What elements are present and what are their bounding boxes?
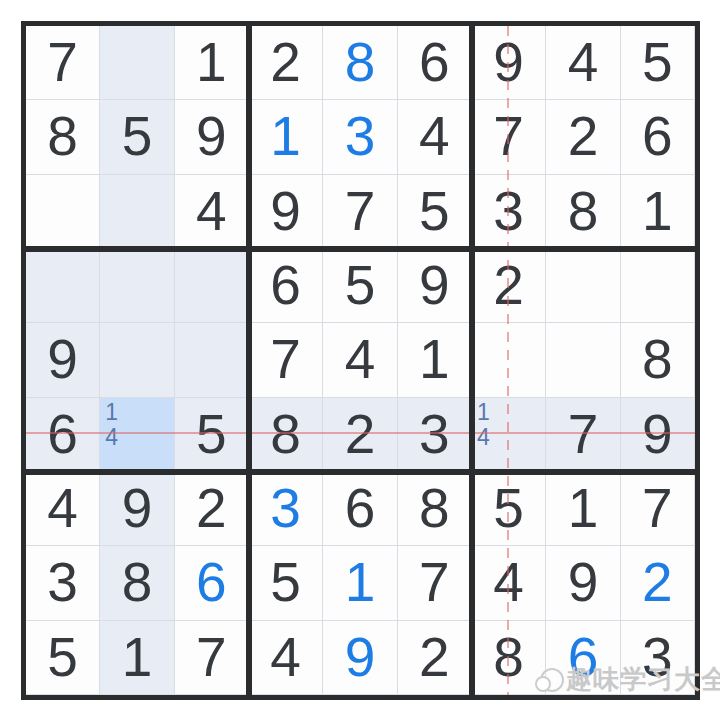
cell-r9c6[interactable]: 2 (398, 621, 472, 695)
given-digit: 9 (568, 555, 599, 610)
given-digit: 4 (568, 35, 599, 90)
cell-r6c6[interactable]: 3 (398, 398, 472, 472)
user-digit: 6 (196, 555, 227, 610)
cell-r1c7[interactable]: 9 (472, 26, 546, 100)
cell-r2c7[interactable]: 7 (472, 100, 546, 174)
cell-r1c4[interactable]: 2 (249, 26, 323, 100)
given-digit: 8 (122, 555, 153, 610)
cell-r7c8[interactable]: 1 (546, 472, 620, 546)
user-digit: 8 (345, 35, 376, 90)
cell-r2c3[interactable]: 9 (175, 100, 249, 174)
watermark-text: 趣味学习大全 (566, 662, 720, 697)
given-digit: 4 (345, 332, 376, 387)
pencil-mark: 1 (105, 400, 118, 425)
given-digit: 2 (270, 35, 301, 90)
given-digit: 2 (419, 630, 450, 685)
given-digit: 2 (568, 109, 599, 164)
cell-r4c8[interactable] (546, 249, 620, 323)
given-digit: 9 (47, 332, 78, 387)
cell-r6c1[interactable]: 6 (26, 398, 100, 472)
given-digit: 9 (270, 184, 301, 239)
cell-r9c1[interactable]: 5 (26, 621, 100, 695)
cell-r4c4[interactable]: 6 (249, 249, 323, 323)
given-digit: 7 (196, 630, 227, 685)
cell-r5c8[interactable] (546, 323, 620, 397)
cell-r3c8[interactable]: 8 (546, 175, 620, 249)
given-digit: 5 (345, 258, 376, 313)
cell-r7c3[interactable]: 2 (175, 472, 249, 546)
given-digit: 8 (568, 184, 599, 239)
cell-r1c9[interactable]: 5 (621, 26, 695, 100)
cell-r3c6[interactable]: 5 (398, 175, 472, 249)
given-digit: 6 (270, 258, 301, 313)
pencil-marks: 14 (105, 400, 118, 450)
cell-r7c1[interactable]: 4 (26, 472, 100, 546)
cell-r4c7[interactable]: 2 (472, 249, 546, 323)
watermark: 趣味学习大全 (540, 662, 720, 697)
given-digit: 3 (419, 407, 450, 462)
cell-r5c1[interactable]: 9 (26, 323, 100, 397)
cell-r2c2[interactable]: 5 (100, 100, 174, 174)
given-digit: 1 (642, 184, 673, 239)
hint-crosshair-horizontal-line (26, 432, 695, 434)
cell-r4c1[interactable] (26, 249, 100, 323)
given-digit: 8 (270, 407, 301, 462)
cell-r9c2[interactable]: 1 (100, 621, 174, 695)
cell-r6c4[interactable]: 8 (249, 398, 323, 472)
cell-r4c5[interactable]: 5 (323, 249, 397, 323)
cell-r6c7[interactable]: 14 (472, 398, 546, 472)
pencil-mark: 4 (477, 425, 490, 450)
given-digit: 7 (568, 407, 599, 462)
cell-r8c2[interactable]: 8 (100, 546, 174, 620)
cell-r8c6[interactable]: 7 (398, 546, 472, 620)
given-digit: 1 (122, 630, 153, 685)
cell-r2c6[interactable]: 4 (398, 100, 472, 174)
given-digit: 1 (419, 332, 450, 387)
cell-r2c8[interactable]: 2 (546, 100, 620, 174)
cell-r9c5[interactable]: 9 (323, 621, 397, 695)
box-line-vertical-1 (246, 26, 252, 695)
given-digit: 4 (419, 109, 450, 164)
given-digit: 6 (642, 109, 673, 164)
given-digit: 8 (419, 481, 450, 536)
cell-r4c2[interactable] (100, 249, 174, 323)
cell-r6c9[interactable]: 9 (621, 398, 695, 472)
box-line-horizontal-2 (26, 469, 695, 475)
given-digit: 3 (47, 555, 78, 610)
given-digit: 7 (642, 481, 673, 536)
cell-r8c7[interactable]: 4 (472, 546, 546, 620)
cell-r2c9[interactable]: 6 (621, 100, 695, 174)
cell-r1c8[interactable]: 4 (546, 26, 620, 100)
user-digit: 3 (345, 109, 376, 164)
cell-r5c2[interactable] (100, 323, 174, 397)
cell-r7c4[interactable]: 3 (249, 472, 323, 546)
sudoku-board: 7128694585913472649753816592974186145823… (21, 21, 700, 700)
cell-r1c2[interactable] (100, 26, 174, 100)
cell-r7c7[interactable]: 5 (472, 472, 546, 546)
cell-r8c4[interactable]: 5 (249, 546, 323, 620)
cell-r1c6[interactable]: 6 (398, 26, 472, 100)
cell-r3c2[interactable] (100, 175, 174, 249)
cell-r3c3[interactable]: 4 (175, 175, 249, 249)
given-digit: 9 (196, 109, 227, 164)
given-digit: 6 (345, 481, 376, 536)
cell-r8c3[interactable]: 6 (175, 546, 249, 620)
cell-r5c6[interactable]: 1 (398, 323, 472, 397)
given-digit: 9 (642, 407, 673, 462)
user-digit: 2 (642, 555, 673, 610)
cartoon-face-logo-icon (540, 668, 564, 692)
given-digit: 4 (47, 481, 78, 536)
cell-r1c1[interactable]: 7 (26, 26, 100, 100)
given-digit: 2 (196, 481, 227, 536)
cell-r4c3[interactable] (175, 249, 249, 323)
given-digit: 5 (419, 184, 450, 239)
cell-r8c1[interactable]: 3 (26, 546, 100, 620)
cell-r9c4[interactable]: 4 (249, 621, 323, 695)
cell-r6c5[interactable]: 2 (323, 398, 397, 472)
cell-r5c9[interactable]: 8 (621, 323, 695, 397)
cell-r3c1[interactable] (26, 175, 100, 249)
cell-r1c5[interactable]: 8 (323, 26, 397, 100)
cell-r2c1[interactable]: 8 (26, 100, 100, 174)
given-digit: 5 (642, 35, 673, 90)
pencil-marks: 14 (477, 400, 490, 450)
cell-r8c9[interactable]: 2 (621, 546, 695, 620)
cell-r4c6[interactable]: 9 (398, 249, 472, 323)
user-digit: 9 (345, 630, 376, 685)
given-digit: 5 (196, 407, 227, 462)
cell-r7c2[interactable]: 9 (100, 472, 174, 546)
cell-r8c5[interactable]: 1 (323, 546, 397, 620)
cell-r9c3[interactable]: 7 (175, 621, 249, 695)
cell-r6c3[interactable]: 5 (175, 398, 249, 472)
cell-r2c4[interactable]: 1 (249, 100, 323, 174)
given-digit: 7 (47, 35, 78, 90)
given-digit: 4 (270, 630, 301, 685)
given-digit: 8 (47, 109, 78, 164)
given-digit: 5 (270, 555, 301, 610)
user-digit: 1 (345, 555, 376, 610)
user-digit: 1 (270, 109, 301, 164)
given-digit: 8 (642, 332, 673, 387)
given-digit: 1 (568, 481, 599, 536)
cell-r6c8[interactable]: 7 (546, 398, 620, 472)
pencil-mark: 1 (477, 400, 490, 425)
hint-crosshair-vertical-line (507, 26, 509, 695)
user-digit: 3 (270, 481, 301, 536)
cell-r4c9[interactable] (621, 249, 695, 323)
cell-r3c4[interactable]: 9 (249, 175, 323, 249)
box-line-vertical-2 (469, 26, 475, 695)
cell-r1c3[interactable]: 1 (175, 26, 249, 100)
cell-r5c5[interactable]: 4 (323, 323, 397, 397)
cell-r7c5[interactable]: 6 (323, 472, 397, 546)
given-digit: 1 (196, 35, 227, 90)
cell-r5c7[interactable] (472, 323, 546, 397)
given-digit: 5 (122, 109, 153, 164)
cell-r5c4[interactable]: 7 (249, 323, 323, 397)
given-digit: 6 (47, 407, 78, 462)
given-digit: 5 (47, 630, 78, 685)
cell-r2c5[interactable]: 3 (323, 100, 397, 174)
cell-r8c8[interactable]: 9 (546, 546, 620, 620)
given-digit: 6 (419, 35, 450, 90)
given-digit: 7 (419, 555, 450, 610)
cell-r3c5[interactable]: 7 (323, 175, 397, 249)
pencil-mark: 4 (105, 425, 118, 450)
given-digit: 4 (196, 184, 227, 239)
box-line-horizontal-1 (26, 246, 695, 252)
given-digit: 9 (122, 481, 153, 536)
cell-r5c3[interactable] (175, 323, 249, 397)
given-digit: 2 (345, 407, 376, 462)
cell-r3c9[interactable]: 1 (621, 175, 695, 249)
cell-r6c2[interactable]: 14 (100, 398, 174, 472)
given-digit: 7 (345, 184, 376, 239)
cell-r7c9[interactable]: 7 (621, 472, 695, 546)
cell-r3c7[interactable]: 3 (472, 175, 546, 249)
cell-r7c6[interactable]: 8 (398, 472, 472, 546)
given-digit: 7 (270, 332, 301, 387)
given-digit: 9 (419, 258, 450, 313)
